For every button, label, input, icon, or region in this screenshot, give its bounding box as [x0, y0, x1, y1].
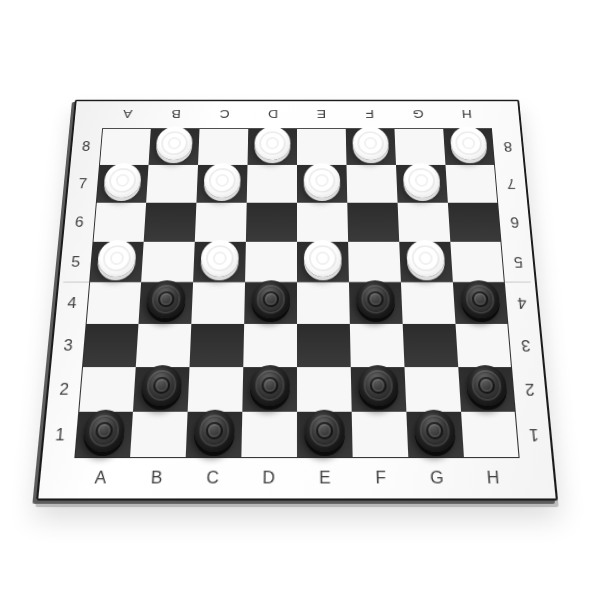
square-g5[interactable]: [399, 242, 453, 282]
square-c4: [191, 282, 245, 324]
top-file-label-c: C: [200, 101, 249, 128]
white-checker-a5[interactable]: [96, 240, 137, 277]
square-a7[interactable]: [96, 165, 149, 203]
left-rank-label-1: 1: [42, 412, 78, 458]
left-rank-label-4: 4: [55, 282, 89, 324]
square-e2: [297, 367, 352, 412]
board-margin-corner: [520, 458, 556, 498]
top-file-label-g: G: [393, 101, 443, 128]
black-checker-b4[interactable]: [146, 280, 187, 318]
square-c3[interactable]: [190, 324, 245, 367]
black-checker-d4[interactable]: [251, 280, 290, 318]
square-b1: [130, 412, 188, 458]
black-checker-h4[interactable]: [460, 280, 502, 318]
square-d6[interactable]: [246, 203, 297, 242]
white-checker-h8[interactable]: [449, 126, 488, 160]
square-b5: [141, 242, 195, 282]
square-f1: [352, 412, 409, 458]
scene: ABCDEFGH8877665544332211ABCDEFGH: [0, 0, 600, 600]
black-checker-d2[interactable]: [250, 365, 290, 406]
square-d8[interactable]: [248, 128, 297, 165]
white-checker-d8[interactable]: [254, 126, 291, 160]
square-d3: [243, 324, 297, 367]
right-rank-label-7: 7: [495, 165, 527, 203]
square-a8: [99, 128, 151, 165]
square-b4[interactable]: [138, 282, 193, 324]
left-rank-label-7: 7: [67, 165, 99, 203]
square-h3: [456, 324, 512, 367]
square-b2[interactable]: [133, 367, 190, 412]
white-checker-e5[interactable]: [304, 240, 342, 277]
square-e6: [297, 203, 348, 242]
bottom-file-label-h: H: [464, 458, 523, 498]
square-a2: [78, 367, 136, 412]
square-g3[interactable]: [403, 324, 459, 367]
square-d1: [241, 412, 297, 458]
right-rank-label-3: 3: [508, 324, 543, 367]
square-h4[interactable]: [453, 282, 508, 324]
square-e4: [297, 282, 350, 324]
product-photo-background: { "game": "checkers (draughts)", "board"…: [0, 0, 600, 600]
square-c5[interactable]: [193, 242, 246, 282]
white-checker-f8[interactable]: [352, 126, 389, 160]
left-rank-label-3: 3: [51, 324, 86, 367]
square-b7: [146, 165, 198, 203]
top-file-label-a: A: [102, 101, 152, 128]
square-a3[interactable]: [82, 324, 138, 367]
square-h8[interactable]: [443, 128, 495, 165]
square-d2[interactable]: [242, 367, 297, 412]
square-e1[interactable]: [297, 412, 353, 458]
white-checker-c5[interactable]: [200, 240, 239, 277]
square-f4[interactable]: [349, 282, 403, 324]
square-a4: [86, 282, 141, 324]
bottom-file-label-e: E: [297, 458, 354, 498]
black-checker-g1[interactable]: [413, 410, 456, 452]
square-c1[interactable]: [186, 412, 243, 458]
square-e3[interactable]: [297, 324, 351, 367]
square-h1: [461, 412, 520, 458]
right-rank-label-8: 8: [492, 128, 524, 165]
square-e5[interactable]: [297, 242, 349, 282]
bottom-file-label-c: C: [184, 458, 241, 498]
right-rank-label-2: 2: [512, 367, 547, 412]
white-checker-b8[interactable]: [155, 126, 193, 160]
square-d4[interactable]: [244, 282, 297, 324]
square-b8[interactable]: [149, 128, 200, 165]
square-g2: [404, 367, 461, 412]
square-c2: [188, 367, 244, 412]
square-g4: [401, 282, 456, 324]
square-c6: [195, 203, 247, 242]
black-checker-h2[interactable]: [465, 365, 508, 406]
white-checker-c7[interactable]: [203, 163, 241, 198]
square-h5: [450, 242, 505, 282]
white-checker-g5[interactable]: [406, 240, 446, 277]
board: ABCDEFGH8877665544332211ABCDEFGH: [36, 100, 558, 501]
right-rank-label-5: 5: [501, 242, 534, 282]
bottom-file-label-a: A: [71, 458, 130, 498]
left-rank-label-2: 2: [47, 367, 82, 412]
black-checker-e1[interactable]: [304, 410, 345, 452]
black-checker-b2[interactable]: [140, 365, 182, 406]
square-a5[interactable]: [89, 242, 144, 282]
bottom-file-label-f: F: [353, 458, 410, 498]
bottom-file-label-g: G: [408, 458, 466, 498]
square-b6[interactable]: [144, 203, 197, 242]
top-file-label-h: H: [441, 101, 491, 128]
right-rank-label-1: 1: [516, 412, 552, 458]
bottom-file-label-b: B: [127, 458, 185, 498]
square-e8: [297, 128, 346, 165]
square-f2[interactable]: [351, 367, 407, 412]
left-rank-label-8: 8: [70, 128, 102, 165]
square-h2[interactable]: [458, 367, 516, 412]
top-file-label-f: F: [345, 101, 394, 128]
square-f6[interactable]: [347, 203, 399, 242]
right-rank-label-4: 4: [505, 282, 539, 324]
square-a1[interactable]: [74, 412, 133, 458]
board-margin-corner: [490, 101, 520, 128]
square-f7: [346, 165, 397, 203]
square-g1[interactable]: [406, 412, 464, 458]
bottom-file-label-d: D: [240, 458, 297, 498]
top-file-label-d: D: [248, 101, 297, 128]
square-f8[interactable]: [346, 128, 396, 165]
square-a6: [93, 203, 147, 242]
square-d7: [247, 165, 297, 203]
square-f3: [350, 324, 405, 367]
black-checker-f4[interactable]: [356, 280, 396, 318]
square-c8: [198, 128, 248, 165]
black-checker-f2[interactable]: [358, 365, 399, 406]
square-g8: [394, 128, 445, 165]
square-h7: [445, 165, 498, 203]
left-rank-label-6: 6: [63, 203, 96, 242]
square-c7[interactable]: [196, 165, 247, 203]
top-file-label-e: E: [297, 101, 346, 128]
white-checker-g7[interactable]: [402, 163, 441, 198]
square-g6: [398, 203, 451, 242]
white-checker-e7[interactable]: [303, 163, 340, 198]
black-checker-a1[interactable]: [82, 410, 126, 452]
square-d5: [245, 242, 297, 282]
black-checker-c1[interactable]: [193, 410, 235, 452]
square-h6[interactable]: [448, 203, 502, 242]
square-b3: [136, 324, 192, 367]
board-margin-corner: [74, 101, 104, 128]
square-f5: [348, 242, 401, 282]
board-margin-corner: [38, 458, 74, 498]
left-rank-label-5: 5: [59, 242, 92, 282]
square-e7[interactable]: [297, 165, 347, 203]
square-g7[interactable]: [396, 165, 448, 203]
top-file-label-b: B: [151, 101, 201, 128]
white-checker-a7[interactable]: [103, 163, 142, 198]
right-rank-label-6: 6: [498, 203, 531, 242]
